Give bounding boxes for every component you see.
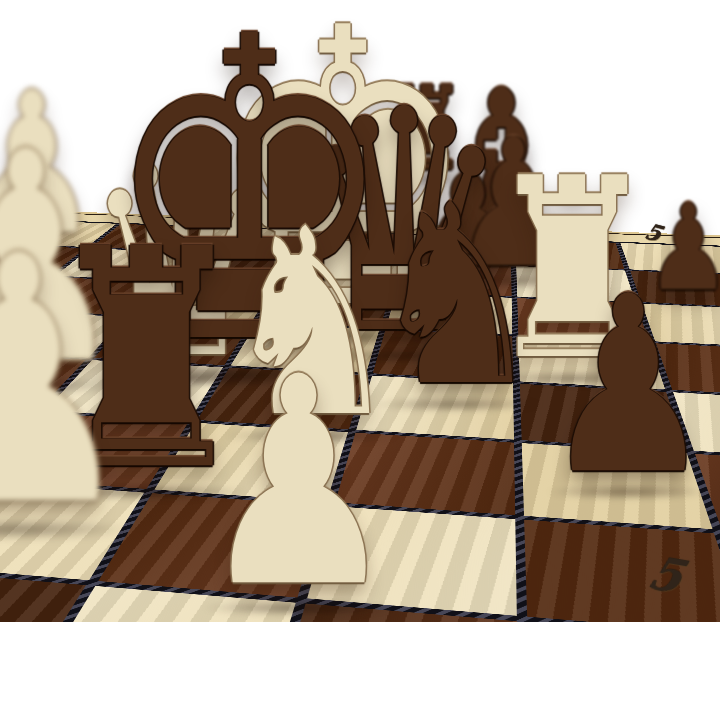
white-pawn[interactable]: ♟ xyxy=(155,403,442,622)
board-square[interactable] xyxy=(524,520,720,622)
dark-pawn-glyph: ♟ xyxy=(543,264,714,508)
photo-margin xyxy=(0,622,720,720)
dark-pawn[interactable]: ♟ xyxy=(506,318,720,508)
white-pawn-glyph: ♟ xyxy=(0,211,138,552)
photo-area: ♟♟♟♛♚♞♜♟♚♛♜♜♝♟♟♞♟♟55 xyxy=(0,0,720,622)
white-pawn-glyph: ♟ xyxy=(198,340,399,622)
product-photo: ♟♟♟♛♚♞♜♟♚♛♜♜♝♟♟♞♟♟55 xyxy=(0,0,720,720)
